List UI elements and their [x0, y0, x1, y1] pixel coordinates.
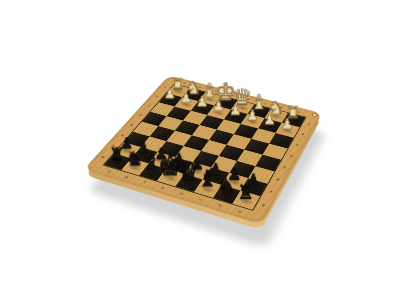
corner-pin: [312, 114, 317, 117]
black-rook-glyph: ♜: [227, 183, 263, 202]
square-a3[interactable]: [269, 133, 293, 148]
square-a2[interactable]: ♟: [276, 123, 300, 138]
square-a8[interactable]: ♜: [233, 191, 260, 210]
white-pawn-glyph: ♟: [271, 117, 303, 132]
chess-board: hgfedcba hgfedcba 12345678 12345678 ♜♞♝♚…: [84, 75, 322, 224]
product-photo-stage: hgfedcba hgfedcba 12345678 12345678 ♜♞♝♚…: [0, 0, 416, 300]
